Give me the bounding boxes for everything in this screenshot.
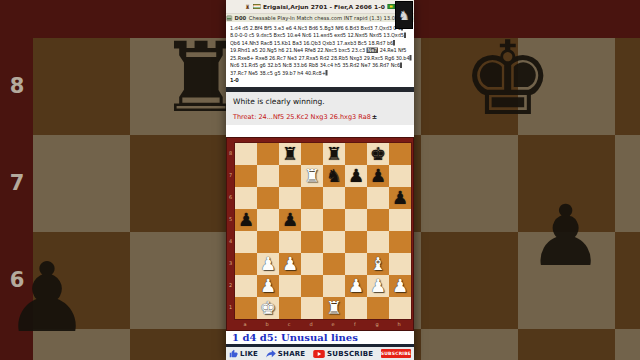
- file-label-f: f: [344, 320, 366, 329]
- square-f5[interactable]: [345, 209, 367, 231]
- white-pawn-piece[interactable]: ♟: [257, 275, 279, 297]
- thumb-up-icon: [229, 349, 238, 358]
- file-label-e: e: [322, 320, 344, 329]
- square-c5[interactable]: ♟: [279, 209, 301, 231]
- engine-evaluation-box: White is clearly winning. Threat: 24...N…: [226, 92, 414, 125]
- square-h2[interactable]: ♟: [389, 275, 411, 297]
- black-rook-piece[interactable]: ♜: [323, 143, 345, 165]
- square-d5[interactable]: [301, 209, 323, 231]
- square-g8[interactable]: ♚: [367, 143, 389, 165]
- chess-board[interactable]: ♜♜♚♜♞♟♟♟♟♟♟♟♝♟♟♟♟♚♜: [234, 142, 412, 320]
- chessbase-panel: ♞ ♜ Erigaisi,Arjun 2701 - Fier,A 2606 1-…: [226, 0, 414, 360]
- video-frame: 8 7 6 ♜ ♚ ♟ ♟ ♞ ♜ Erigaisi,Arjun 2701 - …: [0, 0, 640, 360]
- square-c3[interactable]: ♟: [279, 253, 301, 275]
- board-file-labels: abcdefgh: [234, 320, 410, 329]
- square-c8[interactable]: ♜: [279, 143, 301, 165]
- square-e2[interactable]: [323, 275, 345, 297]
- move-line[interactable]: 1.d4 d5 2.Bf4 Bf5 3.e3 e6 4.Nc3 Bd6 5.Bg…: [230, 24, 414, 32]
- evaluation-symbol: ±: [372, 113, 377, 121]
- square-f1[interactable]: [345, 297, 367, 319]
- square-b6[interactable]: [257, 187, 279, 209]
- square-g2[interactable]: ♟: [367, 275, 389, 297]
- square-b5[interactable]: [257, 209, 279, 231]
- square-f8[interactable]: [345, 143, 367, 165]
- event-header: D00 Chessable Play-In Match chess.com IN…: [226, 14, 414, 22]
- rank-label-4: 4: [227, 230, 234, 252]
- square-h7[interactable]: [389, 165, 411, 187]
- share-arrow-icon: [266, 350, 276, 358]
- square-c7[interactable]: [279, 165, 301, 187]
- white-pawn-piece[interactable]: ♟: [345, 275, 367, 297]
- file-label-g: g: [366, 320, 388, 329]
- evaluation-text: White is clearly winning.: [233, 97, 414, 107]
- square-h6[interactable]: ♟: [389, 187, 411, 209]
- white-rook-piece[interactable]: ♜: [323, 297, 345, 319]
- square-h4[interactable]: [389, 231, 411, 253]
- square-b8[interactable]: [257, 143, 279, 165]
- square-d2[interactable]: [301, 275, 323, 297]
- square-b3[interactable]: ♟: [257, 253, 279, 275]
- square-h3[interactable]: [389, 253, 411, 275]
- square-a6[interactable]: [235, 187, 257, 209]
- move-line[interactable]: 37.Rc7 Ne5 38.c5 g5 39.b7 h4 40.Rc8+: [230, 69, 414, 77]
- subscribe-badge-button[interactable]: SUBSCRIBE: [381, 349, 411, 358]
- black-pawn-piece[interactable]: ♟: [235, 209, 257, 231]
- white-pawn-piece[interactable]: ♟: [279, 253, 301, 275]
- square-e4[interactable]: [323, 231, 345, 253]
- knight-photo-icon: ♞: [395, 1, 413, 29]
- square-d6[interactable]: [301, 187, 323, 209]
- black-pawn-piece[interactable]: ♟: [389, 187, 411, 209]
- square-c4[interactable]: [279, 231, 301, 253]
- move-line[interactable]: 8.0-0-0 c5 9.dxc5 Bxc5 10.e4 Nc6 11.exd5…: [230, 31, 414, 39]
- square-g3[interactable]: ♝: [367, 253, 389, 275]
- share-button[interactable]: SHARE: [266, 350, 306, 358]
- move-list[interactable]: 1.d4 d5 2.Bf4 Bf5 3.e3 e6 4.Nc3 Bd6 5.Bg…: [226, 22, 414, 87]
- square-b4[interactable]: [257, 231, 279, 253]
- brazil-flag-icon: [387, 4, 395, 9]
- board-rank-labels: 87654321: [227, 142, 234, 318]
- square-a4[interactable]: [235, 231, 257, 253]
- india-flag-icon: [253, 4, 261, 9]
- square-d4[interactable]: [301, 231, 323, 253]
- square-e3[interactable]: [323, 253, 345, 275]
- threat-line: Threat: 24...Nf5 25.Kc2 Nxg3 26.hxg3 Ra8…: [233, 113, 414, 121]
- square-a1[interactable]: [235, 297, 257, 319]
- square-a5[interactable]: ♟: [235, 209, 257, 231]
- square-g5[interactable]: [367, 209, 389, 231]
- black-king-piece[interactable]: ♚: [367, 143, 389, 165]
- file-label-h: h: [388, 320, 410, 329]
- file-label-b: b: [256, 320, 278, 329]
- black-pawn-piece[interactable]: ♟: [345, 165, 367, 187]
- black-rook-piece[interactable]: ♜: [279, 143, 301, 165]
- square-g6[interactable]: [367, 187, 389, 209]
- square-e5[interactable]: [323, 209, 345, 231]
- move-line[interactable]: 25.Rxe8+ Rxe8 26.Rc7 Ne3 27.Rxa5 Rd2 28.…: [230, 54, 414, 62]
- square-f3[interactable]: [345, 253, 367, 275]
- share-label: SHARE: [278, 350, 306, 358]
- square-h8[interactable]: [389, 143, 411, 165]
- square-f2[interactable]: ♟: [345, 275, 367, 297]
- database-icon: [227, 15, 233, 21]
- rank-label-5: 5: [227, 208, 234, 230]
- black-knight-piece[interactable]: ♞: [323, 165, 345, 187]
- white-pawn-piece[interactable]: ♟: [257, 253, 279, 275]
- square-g7[interactable]: ♟: [367, 165, 389, 187]
- square-d3[interactable]: [301, 253, 323, 275]
- eco-code: D00: [235, 15, 247, 21]
- file-label-d: d: [300, 320, 322, 329]
- rank-label-8: 8: [227, 142, 234, 164]
- rank-label-2: 2: [227, 274, 234, 296]
- square-e8[interactable]: ♜: [323, 143, 345, 165]
- square-g4[interactable]: [367, 231, 389, 253]
- square-a3[interactable]: [235, 253, 257, 275]
- square-f4[interactable]: [345, 231, 367, 253]
- rank-label-1: 1: [227, 296, 234, 318]
- highlighted-move: Ne7: [366, 47, 378, 53]
- square-f7[interactable]: ♟: [345, 165, 367, 187]
- game-header: ♜ Erigaisi,Arjun 2701 - Fier,A 2606 1-0: [226, 0, 414, 14]
- square-d1[interactable]: [301, 297, 323, 319]
- square-f6[interactable]: [345, 187, 367, 209]
- board-frame: 87654321 ♜♜♚♜♞♟♟♟♟♟♟♟♝♟♟♟♟♚♜ abcdefgh: [226, 137, 414, 331]
- square-b7[interactable]: [257, 165, 279, 187]
- like-label: LIKE: [240, 350, 258, 358]
- square-e7[interactable]: ♞: [323, 165, 345, 187]
- square-a7[interactable]: [235, 165, 257, 187]
- white-bishop-piece[interactable]: ♝: [367, 253, 389, 275]
- subscribe-label: SUBSCRIBE: [327, 350, 373, 358]
- chess-piece-icon: ♜: [245, 4, 250, 10]
- game-result: 1-0: [230, 76, 414, 84]
- move-line[interactable]: Nc6 31.Rd5 g6 32.b5 Nc8 33.b6 Rb8 34.c4 …: [230, 61, 414, 69]
- rank-label-7: 7: [227, 164, 234, 186]
- square-e6[interactable]: [323, 187, 345, 209]
- spacer: [226, 125, 414, 134]
- event-line: Chessable Play-In Match chess.com INT ra…: [249, 15, 414, 21]
- square-h1[interactable]: [389, 297, 411, 319]
- youtube-play-icon: [313, 350, 325, 358]
- file-label-a: a: [234, 320, 256, 329]
- square-d7[interactable]: ♜: [301, 165, 323, 187]
- footer-bar: LIKE SHARE SUBSCRIBE SUBSCRIBE: [226, 347, 414, 360]
- move-line[interactable]: Qb6 14.Nh3 Rac8 15.Kb1 Ba3 16.Qb3 Qxb3 1…: [230, 39, 414, 47]
- square-c6[interactable]: [279, 187, 301, 209]
- square-h5[interactable]: [389, 209, 411, 231]
- black-pawn-piece[interactable]: ♟: [279, 209, 301, 231]
- like-button[interactable]: LIKE: [229, 349, 258, 358]
- square-d8[interactable]: [301, 143, 323, 165]
- square-a8[interactable]: [235, 143, 257, 165]
- file-label-c: c: [278, 320, 300, 329]
- white-rook-piece[interactable]: ♜: [301, 165, 323, 187]
- square-b1[interactable]: ♚: [257, 297, 279, 319]
- white-pawn-piece[interactable]: ♟: [389, 275, 411, 297]
- square-b2[interactable]: ♟: [257, 275, 279, 297]
- square-a2[interactable]: [235, 275, 257, 297]
- rank-label-3: 3: [227, 252, 234, 274]
- players-line: Erigaisi,Arjun 2701 - Fier,A 2606 1-0: [263, 3, 385, 10]
- black-pawn-piece[interactable]: ♟: [367, 165, 389, 187]
- rank-label-6: 6: [227, 186, 234, 208]
- move-line-current[interactable]: 19.Rhd1 a5 20.Ng5 h6 21.Ne4 Rfe8 22.Nxc5…: [230, 46, 414, 54]
- subscribe-button[interactable]: SUBSCRIBE: [313, 350, 373, 358]
- white-pawn-piece[interactable]: ♟: [367, 275, 389, 297]
- board-section: 87654321 ♜♜♚♜♞♟♟♟♟♟♟♟♝♟♟♟♟♚♜ abcdefgh: [226, 134, 414, 331]
- square-c1[interactable]: [279, 297, 301, 319]
- square-e1[interactable]: ♜: [323, 297, 345, 319]
- white-king-piece[interactable]: ♚: [257, 297, 279, 319]
- square-c2[interactable]: [279, 275, 301, 297]
- video-caption: 1 d4 d5: Unusual lines: [226, 331, 414, 344]
- square-g1[interactable]: [367, 297, 389, 319]
